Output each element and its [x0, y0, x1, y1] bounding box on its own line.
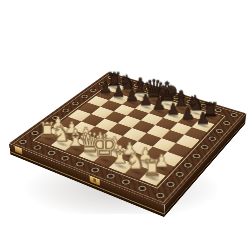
- rosette-ornament: [183, 162, 193, 168]
- rosette-ornament: [222, 120, 231, 125]
- rosette-ornament: [61, 108, 70, 113]
- rosette-ornament: [165, 181, 176, 188]
- rosette-ornament: [71, 101, 80, 106]
- rosette-ornament: [18, 139, 28, 145]
- rosette-ornament: [46, 150, 56, 156]
- rosette-ornament: [230, 113, 239, 118]
- rosette-ornament: [75, 161, 86, 167]
- rosette-ornament: [200, 144, 210, 150]
- rosette-ornament: [215, 128, 224, 133]
- rosette-ornament: [174, 171, 185, 178]
- rosette-ornament: [90, 167, 101, 173]
- rosette-ornament: [155, 192, 166, 199]
- rosette-ornament: [32, 145, 42, 151]
- scene: ♜♞♝♛♚♝♞♜♟♟♟♟♟♟♟♟♟♟♟♟♟♟♟♟♜♞♝♛♚♝♞♜: [0, 0, 250, 250]
- piece-glyph: ♜: [131, 156, 172, 179]
- chess-board: ♜♞♝♛♚♝♞♜♟♟♟♟♟♟♟♟♟♟♟♟♟♟♟♟♜♞♝♛♚♝♞♜: [9, 72, 246, 205]
- rosette-ornament: [60, 155, 71, 161]
- piece-glyph: ♟: [185, 111, 221, 127]
- rosette-ornament: [137, 185, 148, 192]
- rosette-ornament: [121, 179, 132, 186]
- brass-clasp: [89, 175, 99, 186]
- rosette-ornament: [207, 136, 217, 142]
- brass-hinge: [14, 146, 22, 155]
- rosette-ornament: [105, 173, 116, 180]
- chess-set-product-photo: ♜♞♝♛♚♝♞♜♟♟♟♟♟♟♟♟♟♟♟♟♟♟♟♟♜♞♝♛♚♝♞♜: [0, 0, 250, 250]
- rosette-ornament: [192, 153, 202, 159]
- rosette-ornament: [80, 94, 89, 99]
